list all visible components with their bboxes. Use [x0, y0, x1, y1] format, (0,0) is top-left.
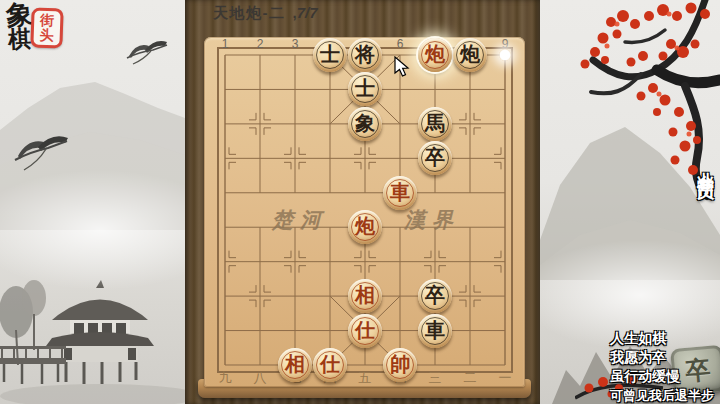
piece-red-a[interactable]: 仕: [348, 314, 382, 348]
file-label-top: 3: [292, 38, 299, 50]
puzzle-title: 天地炮-二,7/7: [213, 4, 318, 23]
river-label-right: 漢界: [404, 206, 460, 234]
file-label-bottom: 五: [359, 371, 372, 384]
piece-black-n[interactable]: 馬: [418, 107, 452, 141]
piece-red-a[interactable]: 仕: [313, 348, 347, 382]
file-label-top: 1: [222, 38, 229, 50]
file-label-bottom: 二: [464, 371, 477, 384]
file-label-top: 2: [257, 38, 264, 50]
river-label-left: 楚河: [272, 206, 328, 234]
app-logo: 象 棋 街 头: [4, 1, 62, 55]
piece-red-c[interactable]: 炮: [418, 38, 452, 72]
app-screen: 象 棋 街 头 业叁守门员 卒 人生如棋我愿为卒虽行动缓慢可曾见我后退半步 天地…: [0, 0, 720, 404]
piece-red-b[interactable]: 相: [278, 348, 312, 382]
quote-line: 虽行动缓慢: [610, 367, 714, 386]
file-label-bottom: 九: [219, 371, 232, 384]
logo-char: 棋: [7, 27, 31, 51]
file-label-bottom: 三: [429, 371, 442, 384]
piece-black-c[interactable]: 炮: [453, 38, 487, 72]
piece-black-r[interactable]: 車: [418, 314, 452, 348]
file-label-top: 6: [397, 38, 404, 50]
player-rank-text: 业叁守门员: [694, 158, 717, 173]
piece-red-r[interactable]: 車: [383, 176, 417, 210]
quote-text: 人生如棋我愿为卒虽行动缓慢可曾见我后退半步: [610, 329, 714, 404]
file-label-bottom: 八: [254, 371, 267, 384]
xiangqi-board[interactable]: 楚河 漢界 士将炮炮士象馬卒車炮相卒仕車相仕帥 123456789九八七六五四三…: [204, 37, 525, 387]
move-counter: 7/7: [297, 4, 318, 21]
file-label-bottom: 一: [499, 371, 512, 384]
puzzle-name: 天地炮-二: [213, 4, 286, 21]
crane-icon: [123, 36, 171, 70]
plum-branch: [545, 0, 720, 210]
logo-seal: 街 头: [30, 7, 63, 48]
move-origin-marker: [499, 49, 511, 61]
piece-red-k[interactable]: 帥: [383, 348, 417, 382]
piece-black-p[interactable]: 卒: [418, 279, 452, 313]
piece-black-a[interactable]: 士: [313, 38, 347, 72]
piece-red-b[interactable]: 相: [348, 279, 382, 313]
piece-black-b[interactable]: 象: [348, 107, 382, 141]
quote-line: 人生如棋: [610, 329, 714, 348]
piece-black-k[interactable]: 将: [348, 38, 382, 72]
quote-line: 我愿为卒: [610, 348, 714, 367]
piece-red-c[interactable]: 炮: [348, 210, 382, 244]
quote-line: 可曾见我后退半步: [610, 386, 714, 404]
mouse-cursor: [394, 56, 410, 78]
pavilion-scene: [0, 270, 200, 404]
